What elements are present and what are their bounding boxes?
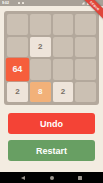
tile-2: 2 [53, 82, 74, 103]
cell-r4c4 [75, 82, 96, 103]
tile-2: 2 [30, 37, 51, 58]
cell-r3c4 [75, 59, 96, 80]
notification-icon [18, 2, 20, 4]
tile-2: 2 [7, 82, 28, 103]
undo-button-label: Undo [40, 119, 63, 129]
cell-r1c2 [30, 14, 51, 35]
cell-r1c4 [75, 14, 96, 35]
home-button[interactable] [47, 172, 57, 183]
cell-r3c2 [30, 59, 51, 80]
recents-icon [78, 176, 82, 180]
phone-screen: 9:02 DEBUG 264282 Undo Restart [0, 0, 103, 183]
back-icon [21, 176, 25, 180]
cell-r4c2: 8 [30, 82, 51, 103]
game-board[interactable]: 264282 [4, 11, 99, 105]
cell-r4c3: 2 [53, 82, 74, 103]
undo-button[interactable]: Undo [8, 113, 95, 134]
navigation-bar [0, 172, 103, 183]
restart-button-label: Restart [36, 146, 67, 156]
cell-r2c1 [7, 37, 28, 58]
tile-8: 8 [30, 82, 51, 103]
status-bar-left: 9:02 [2, 0, 24, 6]
recents-button[interactable] [75, 172, 85, 183]
cell-r4c1: 2 [7, 82, 28, 103]
tile-64: 64 [6, 58, 29, 81]
clock: 9:02 [2, 2, 9, 5]
cell-r2c2: 2 [30, 37, 51, 58]
wifi-icon [82, 2, 85, 5]
cell-r3c3 [53, 59, 74, 80]
cell-r1c1 [7, 14, 28, 35]
cell-r3c1: 64 [7, 59, 28, 80]
home-icon [50, 176, 54, 180]
cell-r2c3 [53, 37, 74, 58]
cell-r1c3 [53, 14, 74, 35]
back-button[interactable] [18, 172, 28, 183]
cell-r2c4 [75, 37, 96, 58]
notification-icon [22, 2, 24, 4]
restart-button[interactable]: Restart [8, 140, 95, 161]
